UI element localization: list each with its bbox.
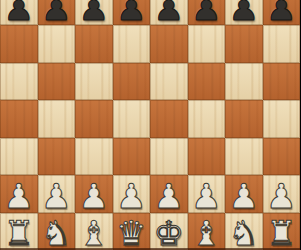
square-g3[interactable] (225, 138, 263, 176)
square-h6[interactable] (263, 25, 301, 63)
square-d5[interactable] (113, 63, 151, 101)
square-f5[interactable] (188, 63, 226, 101)
square-a6[interactable] (0, 25, 38, 63)
white-pawn[interactable]: ♟ (116, 179, 146, 213)
white-pawn[interactable]: ♟ (4, 179, 34, 213)
square-a7[interactable]: ♟ (0, 0, 38, 25)
black-pawn[interactable]: ♟ (229, 0, 259, 25)
white-queen[interactable]: ♛ (116, 216, 146, 250)
square-a5[interactable] (0, 63, 38, 101)
square-d2[interactable]: ♟ (113, 175, 151, 213)
square-g2[interactable]: ♟ (225, 175, 263, 213)
white-bishop[interactable]: ♝ (191, 216, 221, 250)
white-king[interactable]: ♚ (154, 216, 184, 250)
square-e2[interactable]: ♟ (150, 175, 188, 213)
square-b7[interactable]: ♟ (38, 0, 76, 25)
black-pawn[interactable]: ♟ (191, 0, 221, 25)
square-c1[interactable]: ♝ (75, 213, 113, 250)
square-f1[interactable]: ♝ (188, 213, 226, 250)
square-f2[interactable]: ♟ (188, 175, 226, 213)
black-pawn[interactable]: ♟ (116, 0, 146, 25)
square-a1[interactable]: ♜ (0, 213, 38, 250)
chess-board: ♜♞♝♛♚♝♞♜♟♟♟♟♟♟♟♟♟♟♟♟♟♟♟♟♜♞♝♛♚♝♞♜ (0, 0, 300, 250)
white-knight[interactable]: ♞ (41, 216, 71, 250)
square-e5[interactable] (150, 63, 188, 101)
square-c3[interactable] (75, 138, 113, 176)
black-pawn[interactable]: ♟ (154, 0, 184, 25)
black-pawn[interactable]: ♟ (4, 0, 34, 25)
square-c6[interactable] (75, 25, 113, 63)
white-pawn[interactable]: ♟ (266, 179, 296, 213)
square-b1[interactable]: ♞ (38, 213, 76, 250)
square-g5[interactable] (225, 63, 263, 101)
white-pawn[interactable]: ♟ (41, 179, 71, 213)
square-b6[interactable] (38, 25, 76, 63)
square-f7[interactable]: ♟ (188, 0, 226, 25)
square-d3[interactable] (113, 138, 151, 176)
square-d4[interactable] (113, 100, 151, 138)
white-knight[interactable]: ♞ (229, 216, 259, 250)
square-d7[interactable]: ♟ (113, 0, 151, 25)
square-e6[interactable] (150, 25, 188, 63)
square-g7[interactable]: ♟ (225, 0, 263, 25)
square-f6[interactable] (188, 25, 226, 63)
square-c4[interactable] (75, 100, 113, 138)
square-e4[interactable] (150, 100, 188, 138)
square-h3[interactable] (263, 138, 301, 176)
square-d6[interactable] (113, 25, 151, 63)
white-pawn[interactable]: ♟ (154, 179, 184, 213)
square-g4[interactable] (225, 100, 263, 138)
square-a4[interactable] (0, 100, 38, 138)
black-pawn[interactable]: ♟ (79, 0, 109, 25)
white-pawn[interactable]: ♟ (79, 179, 109, 213)
chess-game-viewport: ♜♞♝♛♚♝♞♜♟♟♟♟♟♟♟♟♟♟♟♟♟♟♟♟♜♞♝♛♚♝♞♜ (0, 0, 300, 250)
white-bishop[interactable]: ♝ (79, 216, 109, 250)
square-c5[interactable] (75, 63, 113, 101)
white-pawn[interactable]: ♟ (191, 179, 221, 213)
square-b5[interactable] (38, 63, 76, 101)
square-d1[interactable]: ♛ (113, 213, 151, 250)
white-rook[interactable]: ♜ (266, 216, 296, 250)
white-pawn[interactable]: ♟ (229, 179, 259, 213)
square-h2[interactable]: ♟ (263, 175, 301, 213)
square-h5[interactable] (263, 63, 301, 101)
square-f4[interactable] (188, 100, 226, 138)
square-b3[interactable] (38, 138, 76, 176)
square-c7[interactable]: ♟ (75, 0, 113, 25)
square-g1[interactable]: ♞ (225, 213, 263, 250)
square-b4[interactable] (38, 100, 76, 138)
black-pawn[interactable]: ♟ (41, 0, 71, 25)
square-e7[interactable]: ♟ (150, 0, 188, 25)
black-pawn[interactable]: ♟ (266, 0, 296, 25)
square-g6[interactable] (225, 25, 263, 63)
square-h1[interactable]: ♜ (263, 213, 301, 250)
square-h4[interactable] (263, 100, 301, 138)
square-e3[interactable] (150, 138, 188, 176)
square-b2[interactable]: ♟ (38, 175, 76, 213)
square-c2[interactable]: ♟ (75, 175, 113, 213)
square-e1[interactable]: ♚ (150, 213, 188, 250)
square-a3[interactable] (0, 138, 38, 176)
square-h7[interactable]: ♟ (263, 0, 301, 25)
square-f3[interactable] (188, 138, 226, 176)
square-a2[interactable]: ♟ (0, 175, 38, 213)
white-rook[interactable]: ♜ (4, 216, 34, 250)
